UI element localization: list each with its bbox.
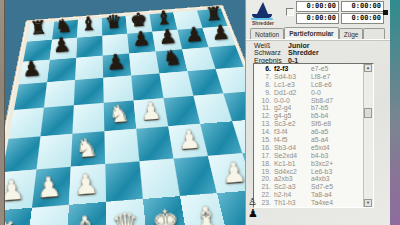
square-a4[interactable] [9, 108, 44, 139]
square-e7[interactable]: ♟ [127, 32, 155, 54]
scrollbar-thumb[interactable] [364, 108, 372, 118]
board-3d-area: ♜♞♝♛♚♝♜♟♟♟♟♟♟♟♞♞♟♞♟♟♟♟♟♟♜♝♛♚♝♜ [5, 0, 245, 225]
board-frame: ♜♞♝♛♚♝♜♟♟♟♟♟♟♟♞♞♟♞♟♟♟♟♟♟♜♝♛♚♝♜ [5, 5, 245, 225]
square-c7[interactable] [76, 36, 102, 58]
move-row-12[interactable]: 12.g4-g5b5-b4 [254, 112, 364, 120]
clock-display-4: 0:00:00 [341, 13, 384, 24]
move-indicator-icon [383, 10, 388, 15]
square-h7[interactable]: ♟ [203, 26, 236, 47]
square-h6[interactable] [209, 45, 244, 69]
move-row-11[interactable]: 11.g2-g4b7-b5 [254, 104, 364, 112]
white-player-name: Junior [288, 42, 309, 49]
captured-piece-tray: ♙ ♟ [248, 196, 262, 224]
logo-text: Shredder [250, 20, 276, 26]
move-row-7[interactable]: 7.Sd4-b3Lf8-e7 [254, 73, 364, 81]
move-row-8[interactable]: 8.Lc1-e3Lc8-e6 [254, 81, 364, 89]
clock-group-right: 0:00:000:00:00 [341, 1, 384, 25]
piece-white-rook[interactable]: ♜ [5, 212, 27, 225]
piece-white-pawn[interactable]: ♟ [66, 165, 106, 205]
piece-black-pawn[interactable]: ♟ [48, 31, 77, 60]
move-row-14[interactable]: 14.f3-f4a6-a5 [254, 128, 364, 136]
piece-white-pawn[interactable]: ♟ [214, 153, 245, 193]
square-e6[interactable] [129, 51, 159, 75]
square-d6[interactable]: ♟ [103, 54, 132, 78]
square-g4[interactable] [193, 93, 232, 123]
piece-white-pawn[interactable]: ♟ [5, 171, 32, 211]
move-row-9[interactable]: 9.Dd1-d20-0 [254, 89, 364, 97]
game-info: Weiß Junior Schwarz Shredder Ergebnis 0-… [254, 42, 384, 64]
scroll-up-icon[interactable]: ▲ [364, 64, 372, 72]
panel-top-bar: Shredder 0:00:000:00:00 0:00:000:00:00 [246, 0, 391, 26]
square-c1[interactable]: ♝ [67, 202, 107, 225]
piece-black-queen[interactable]: ♛ [100, 9, 127, 36]
piece-black-pawn[interactable]: ♟ [127, 25, 156, 54]
square-c5[interactable] [74, 78, 104, 105]
square-d8[interactable]: ♛ [102, 16, 127, 36]
sailboat-sail-icon [257, 2, 268, 14]
piece-white-pawn[interactable]: ♟ [29, 168, 69, 208]
move-row-19[interactable]: 19.Sd4xc2Le6-b3 [254, 168, 364, 176]
piece-white-bishop[interactable]: ♝ [64, 206, 107, 225]
square-e3[interactable] [136, 126, 173, 161]
desktop-edge-strip [390, 0, 400, 225]
square-c2[interactable]: ♟ [69, 164, 106, 205]
tab-zge[interactable]: Züge [339, 28, 364, 39]
tab-partieformular[interactable]: Partieformular [284, 27, 338, 39]
move-row-17[interactable]: 17.Se2xd4b4-b3 [254, 152, 364, 160]
square-d2[interactable] [105, 161, 143, 202]
move-row-15[interactable]: 15.f4-f5a5-a4 [254, 136, 364, 144]
clock-display-3: 0:00:00 [341, 1, 384, 12]
piece-black-pawn[interactable]: ♟ [207, 19, 236, 48]
square-b5[interactable] [44, 80, 75, 108]
square-e1[interactable]: ♚ [143, 196, 187, 225]
notation-tabbar: NotationPartieformularZüge [250, 28, 388, 39]
square-c6[interactable] [75, 56, 103, 80]
move-row-13[interactable]: 13.Sc3-e2Sf6-e8 [254, 120, 364, 128]
piece-white-knight[interactable]: ♞ [68, 130, 105, 167]
square-b1[interactable] [27, 205, 69, 225]
chess-board[interactable]: ♜♞♝♛♚♝♜♟♟♟♟♟♟♟♞♞♟♞♟♟♟♟♟♟♜♝♛♚♝♜ [5, 9, 245, 225]
move-row-18[interactable]: 18.Kc1-b1b3xc2+ [254, 160, 364, 168]
black-label: Schwarz [254, 49, 288, 56]
square-f3[interactable]: ♟ [168, 124, 208, 159]
square-b7[interactable]: ♟ [50, 38, 77, 60]
piece-black-pawn[interactable]: ♟ [17, 54, 47, 84]
square-c8[interactable]: ♝ [77, 18, 102, 38]
square-b3[interactable] [37, 134, 73, 170]
square-a5[interactable] [14, 82, 47, 110]
move-row-10[interactable]: 10.0-0-0Sb8-d7 [254, 97, 364, 105]
piece-white-bishop[interactable]: ♝ [184, 197, 227, 225]
square-d4[interactable]: ♞ [104, 101, 137, 132]
move-list[interactable]: 6.f2-f3e7-e57.Sd4-b3Lf8-e78.Lc1-e3Lc8-e6… [253, 63, 374, 208]
square-b6[interactable] [47, 58, 76, 83]
clock-display-2: 0:00:00 [296, 13, 339, 24]
black-player-name: Shredder [288, 49, 319, 56]
piece-white-queen[interactable]: ♛ [104, 203, 147, 225]
move-row-20[interactable]: 20.a2xb3a4xb3 [254, 175, 364, 183]
piece-white-pawn[interactable]: ♟ [171, 122, 208, 159]
clock-group-left: 0:00:000:00:00 [296, 1, 339, 25]
clock-display-1: 0:00:00 [296, 1, 339, 12]
piece-white-king[interactable]: ♚ [144, 200, 187, 225]
clock-checkbox[interactable] [286, 8, 294, 16]
square-a3[interactable] [5, 136, 40, 172]
move-row-22[interactable]: 22.h2-h4Ta8-a4 [254, 191, 364, 199]
move-rows: 6.f2-f3e7-e57.Sd4-b3Lf8-e78.Lc1-e3Lc8-e6… [254, 65, 364, 207]
square-f6[interactable]: ♞ [156, 49, 188, 73]
move-row-23[interactable]: 23.Th1-h3Ta4xe4 [254, 199, 364, 207]
white-label: Weiß [254, 42, 288, 49]
square-d3[interactable] [104, 129, 139, 164]
square-d1[interactable]: ♛ [106, 199, 147, 225]
piece-black-pawn[interactable]: ♟ [101, 47, 131, 77]
shredder-logo-icon: Shredder [250, 1, 276, 25]
piece-black-knight[interactable]: ♞ [157, 43, 187, 73]
move-row-6[interactable]: 6.f2-f3e7-e5 [254, 65, 364, 73]
square-e4[interactable]: ♟ [134, 98, 169, 129]
square-b2[interactable]: ♟ [32, 167, 71, 208]
tabbar-divider [246, 39, 391, 40]
square-a1[interactable]: ♜ [5, 208, 32, 225]
move-row-16[interactable]: 16.Sb3-d4e5xd4 [254, 144, 364, 152]
move-row-21[interactable]: 21.Sc2-a3Sd7-e5 [254, 183, 364, 191]
black-pawn-tray-icon: ♟ [248, 207, 258, 220]
tab-stub [363, 28, 385, 39]
piece-white-knight[interactable]: ♞ [102, 97, 136, 131]
piece-black-bishop[interactable]: ♝ [75, 11, 102, 38]
board-3d-scene: ♜♞♝♛♚♝♜♟♟♟♟♟♟♟♞♞♟♞♟♟♟♟♟♟♜♝♛♚♝♜ [5, 9, 245, 225]
scroll-down-icon[interactable]: ▼ [364, 199, 372, 207]
tab-notation[interactable]: Notation [250, 28, 284, 39]
right-panel: Shredder 0:00:000:00:00 0:00:000:00:00 N… [245, 0, 390, 225]
piece-white-pawn[interactable]: ♟ [134, 94, 168, 128]
square-c3[interactable]: ♞ [71, 131, 105, 166]
square-a6[interactable]: ♟ [19, 60, 50, 85]
square-f1[interactable]: ♝ [180, 193, 228, 225]
move-list-scrollbar[interactable]: ▲ ▼ [363, 64, 373, 207]
